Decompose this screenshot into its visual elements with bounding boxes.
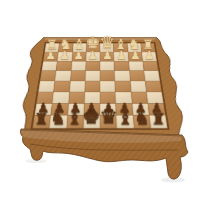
square [55,71,71,81]
square: ♛ [100,43,114,52]
piece-black-rook: ♜ [34,112,48,128]
square: ♟ [35,103,53,115]
square [100,71,115,81]
board-scene: ♜♞♝♚♛♝♞♜♟♟♟♟♟♟♟♟♟♟♟♟♟♟♟♟♜♞♝♚♛♝♞♜ [0,0,200,200]
square [40,71,56,81]
piece-black-pawn: ♟ [37,101,49,114]
square [114,61,129,71]
square [144,71,160,81]
square: ♜ [45,43,60,52]
square [52,92,69,103]
piece-black-pawn: ♟ [102,101,114,114]
chess-board: ♜♞♝♚♛♝♞♜♟♟♟♟♟♟♟♟♟♟♟♟♟♟♟♟♜♞♝♚♛♝♞♜ [17,37,183,138]
square: ♟ [72,52,87,61]
square: ♟ [100,103,116,115]
square [146,92,163,103]
square [71,61,86,71]
piece-black-pawn: ♟ [151,101,163,114]
square: ♝ [72,43,86,52]
square: ♟ [114,52,129,61]
square [100,92,116,103]
square [54,81,70,92]
square [145,81,162,92]
square [131,92,148,103]
square [129,71,145,81]
square: ♟ [57,52,72,61]
square [84,92,100,103]
square [37,92,54,103]
square [85,71,100,81]
piece-black-pawn: ♟ [70,101,82,114]
square: ♟ [148,103,166,115]
square: ♞ [127,43,142,52]
product-photo: ♜♞♝♚♛♝♞♜♟♟♟♟♟♟♟♟♟♟♟♟♟♟♟♟♜♞♝♚♛♝♞♜ [0,0,200,200]
square [38,81,55,92]
square: ♟ [43,52,58,61]
piece-black-pawn: ♟ [119,101,131,114]
square: ♟ [116,103,133,115]
square: ♟ [86,52,100,61]
square: ♟ [132,103,149,115]
square [115,71,130,81]
square: ♚ [86,43,100,52]
square [115,92,131,103]
square [100,81,115,92]
frame-highlight [44,37,157,39]
square: ♟ [84,103,100,115]
square: ♟ [128,52,143,61]
square [42,61,58,71]
square [128,61,143,71]
square [68,92,84,103]
square [143,61,159,71]
square [85,61,100,71]
square [70,71,85,81]
square [130,81,146,92]
square: ♜ [140,43,155,52]
square [100,61,115,71]
square: ♟ [141,52,156,61]
square [115,81,131,92]
square: ♟ [51,103,68,115]
piece-black-pawn: ♟ [53,101,65,114]
square: ♟ [67,103,84,115]
square: ♟ [100,52,114,61]
square [56,61,71,71]
square: ♞ [59,43,74,52]
piece-black-pawn: ♟ [135,101,147,114]
piece-black-pawn: ♟ [86,101,98,114]
square: ♝ [113,43,127,52]
square [85,81,100,92]
board-grid: ♜♞♝♚♛♝♞♜♟♟♟♟♟♟♟♟♟♟♟♟♟♟♟♟♜♞♝♚♛♝♞♜ [33,43,168,128]
piece-black-rook: ♜ [152,112,166,128]
square [69,81,85,92]
